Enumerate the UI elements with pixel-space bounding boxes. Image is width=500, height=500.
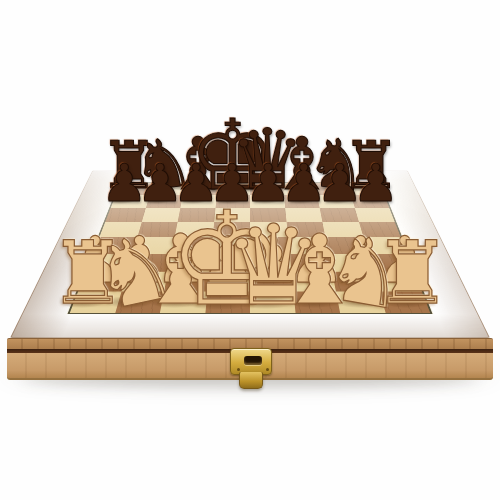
square-c4	[171, 237, 212, 254]
square-h5	[359, 222, 401, 237]
square-c7	[180, 195, 216, 208]
square-b5	[137, 222, 178, 237]
square-a3	[86, 254, 132, 272]
square-g8	[315, 183, 351, 195]
square-e4	[250, 237, 289, 254]
square-h6	[354, 208, 394, 222]
square-g6	[320, 208, 359, 222]
square-a5	[99, 222, 141, 237]
square-b7	[146, 195, 183, 208]
square-h4	[363, 237, 407, 254]
square-c6	[178, 208, 216, 222]
square-g3	[329, 254, 374, 272]
square-h1	[379, 291, 430, 313]
square-d5	[212, 222, 250, 237]
square-a8	[116, 183, 153, 195]
square-e2	[250, 272, 293, 292]
square-g5	[322, 222, 363, 237]
square-g7	[317, 195, 354, 208]
square-h8	[347, 183, 384, 195]
square-e8	[250, 183, 284, 195]
clasp-screw	[237, 368, 240, 371]
square-d7	[215, 195, 250, 208]
square-f8	[282, 183, 317, 195]
square-g2	[332, 272, 379, 292]
brass-clasp	[228, 346, 272, 390]
square-d2	[207, 272, 250, 292]
square-b1	[115, 291, 164, 313]
square-a6	[105, 208, 145, 222]
square-c3	[168, 254, 211, 272]
square-e1	[250, 291, 295, 313]
square-f4	[288, 237, 329, 254]
square-h7	[351, 195, 390, 208]
square-e6	[250, 208, 286, 222]
square-f2	[291, 272, 336, 292]
square-b3	[127, 254, 172, 272]
board-box-top	[10, 171, 490, 338]
square-g1	[336, 291, 385, 313]
square-c8	[183, 183, 218, 195]
clasp-plate	[230, 348, 272, 375]
square-f3	[289, 254, 332, 272]
square-f5	[286, 222, 325, 237]
square-a2	[78, 272, 127, 292]
clasp-tab	[239, 372, 263, 389]
square-h2	[373, 272, 422, 292]
square-a4	[93, 237, 137, 254]
square-g4	[325, 237, 367, 254]
square-b8	[149, 183, 185, 195]
square-f6	[285, 208, 323, 222]
square-b6	[141, 208, 180, 222]
square-d6	[214, 208, 250, 222]
square-c5	[175, 222, 214, 237]
chess-board	[68, 182, 433, 314]
chess-set-photo: ♜♞♝♚♛♝♞♜♟♟♟♟♟♟♟♟♟♟♟♟♟♟♟♟♜♞♝♚♛♝♞♜	[0, 0, 500, 500]
square-f7	[284, 195, 320, 208]
square-d3	[209, 254, 250, 272]
square-f1	[293, 291, 340, 313]
clasp-screw	[266, 368, 269, 371]
square-c2	[164, 272, 209, 292]
square-h3	[368, 254, 414, 272]
square-e3	[250, 254, 291, 272]
square-d8	[216, 183, 250, 195]
square-d1	[205, 291, 250, 313]
square-e5	[250, 222, 288, 237]
clasp-slot	[244, 356, 262, 365]
square-e7	[250, 195, 285, 208]
square-a1	[70, 291, 121, 313]
square-c1	[160, 291, 207, 313]
square-a7	[111, 195, 150, 208]
square-d4	[211, 237, 250, 254]
square-b2	[121, 272, 168, 292]
square-b4	[132, 237, 174, 254]
